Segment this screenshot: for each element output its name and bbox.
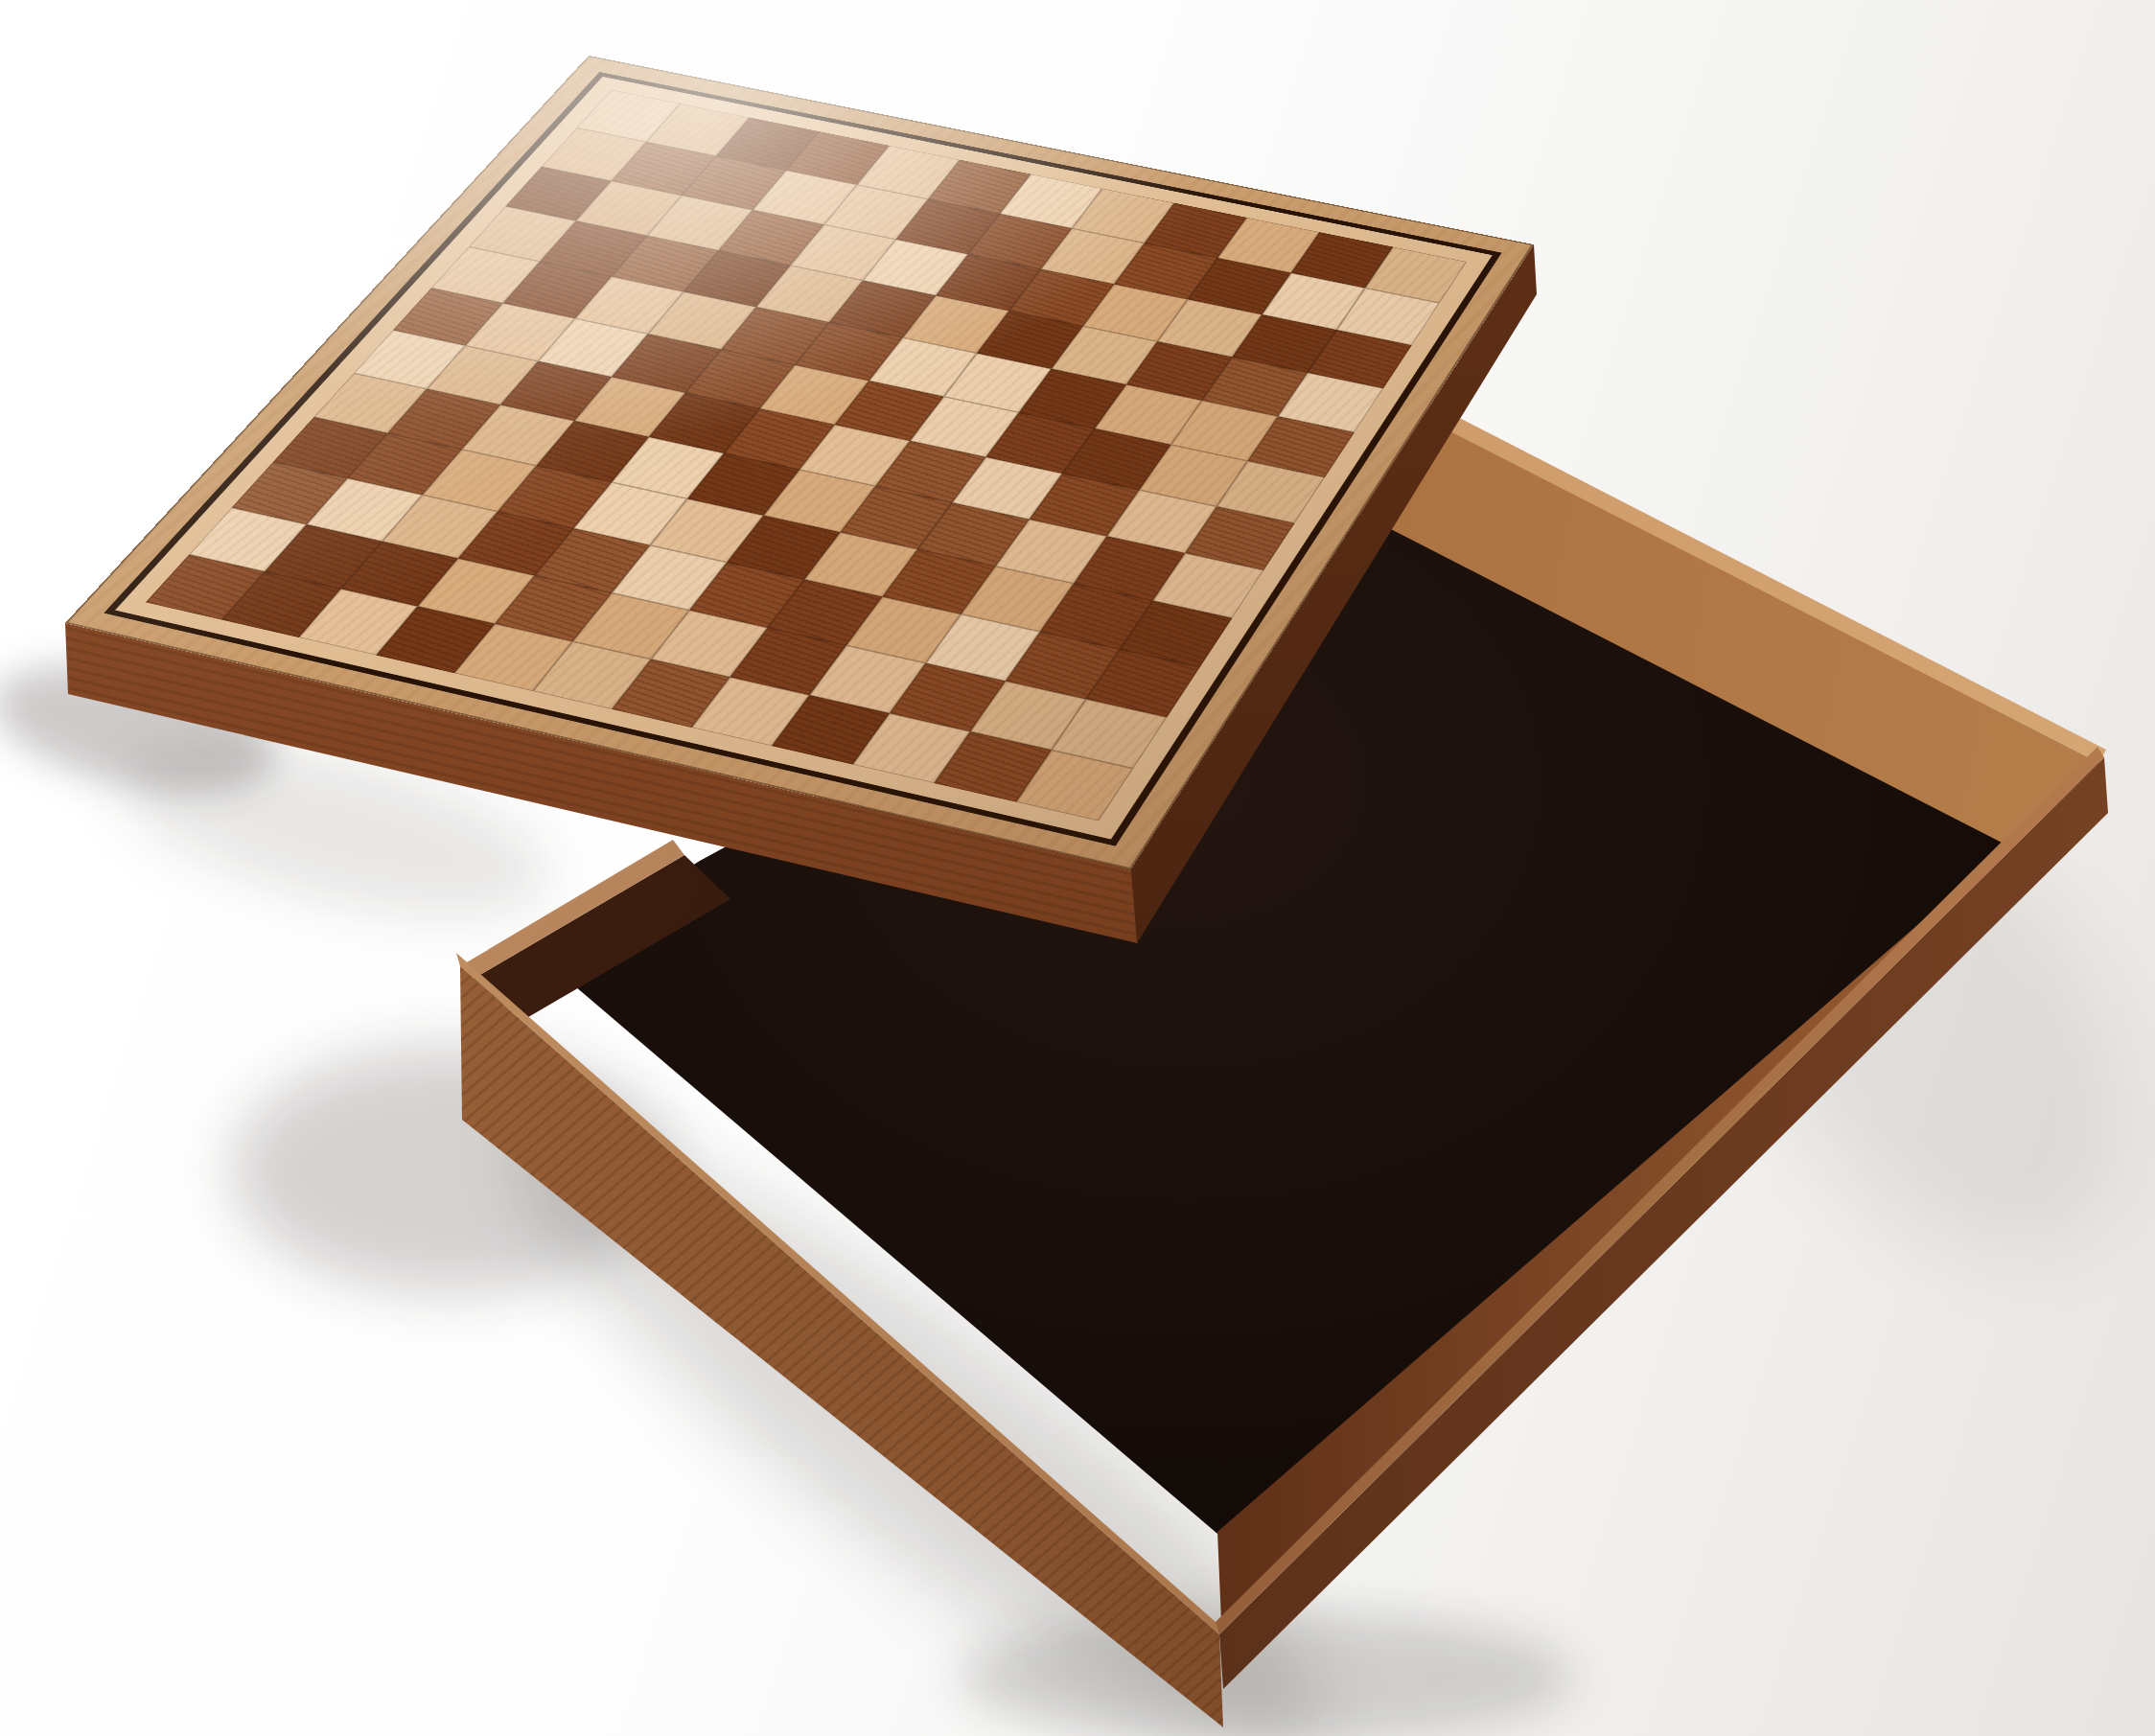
product-photo-scene — [0, 0, 2155, 1736]
